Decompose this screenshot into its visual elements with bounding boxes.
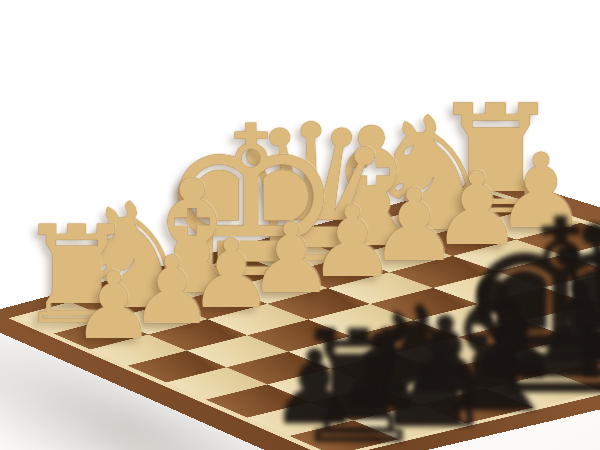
- photo-stage: ♜♞♝♛♚♝♞♜♟♟♟♟♟♟♟♟♟♟♟♟♟♟♟♟♜♞♝♛♚♝♞♜: [0, 0, 600, 450]
- piece-black-rook-h8[interactable]: ♜: [290, 311, 429, 450]
- piece-white-pawn-h2[interactable]: ♟: [72, 260, 155, 353]
